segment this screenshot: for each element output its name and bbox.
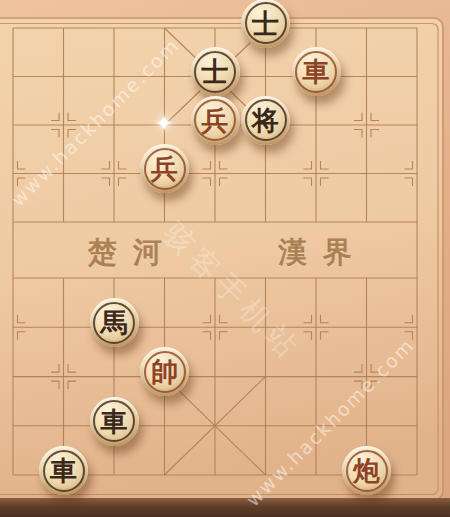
- piece-glyph: 車: [292, 47, 341, 96]
- piece-red-soldier-2[interactable]: 兵: [140, 144, 189, 193]
- river-label-han-jie: 漢界: [278, 233, 368, 273]
- piece-red-general[interactable]: 帥: [140, 347, 189, 396]
- piece-black-advisor-2[interactable]: 士: [191, 47, 240, 96]
- piece-glyph: 馬: [90, 298, 139, 347]
- piece-glyph: 将: [241, 96, 290, 145]
- piece-black-horse[interactable]: 馬: [90, 298, 139, 347]
- piece-red-cannon[interactable]: 炮: [342, 446, 391, 495]
- piece-glyph: 士: [191, 47, 240, 96]
- xiangqi-board-screen: 楚河 漢界 士士車兵将兵馬帥車車炮 ✦ www.hackhome.com www…: [0, 0, 450, 517]
- piece-glyph: 車: [39, 446, 88, 495]
- piece-glyph: 士: [241, 0, 290, 48]
- piece-glyph: 炮: [342, 446, 391, 495]
- piece-glyph: 兵: [191, 96, 240, 145]
- piece-black-general[interactable]: 将: [241, 96, 290, 145]
- piece-glyph: 車: [90, 397, 139, 446]
- piece-black-chariot-1[interactable]: 車: [90, 397, 139, 446]
- piece-glyph: 兵: [140, 144, 189, 193]
- piece-red-soldier-1[interactable]: 兵: [191, 96, 240, 145]
- piece-black-advisor-1[interactable]: 士: [241, 0, 290, 48]
- river-label-chu-he: 楚河: [88, 233, 178, 273]
- piece-glyph: 帥: [140, 347, 189, 396]
- piece-black-chariot-2[interactable]: 車: [39, 446, 88, 495]
- piece-red-chariot[interactable]: 車: [292, 47, 341, 96]
